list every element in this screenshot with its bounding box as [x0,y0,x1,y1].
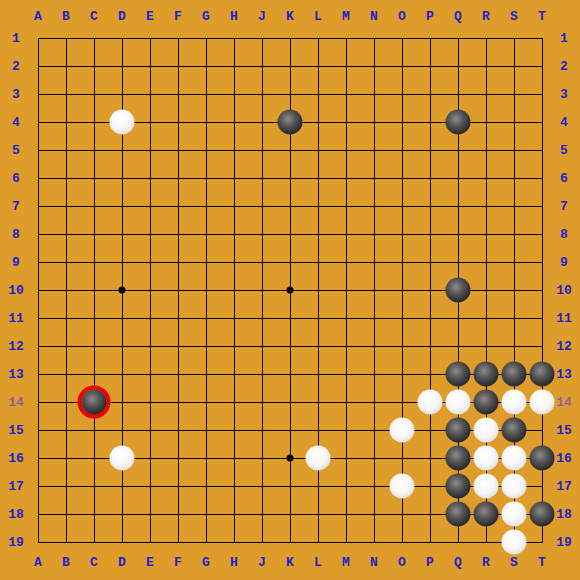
white-stone-S19 [502,530,527,555]
column-label-top: B [62,10,70,23]
white-stone-R15 [474,418,499,443]
white-stone-S14 [502,390,527,415]
black-stone-Q18 [446,502,471,527]
row-label-right: 5 [560,144,568,157]
black-stone-C14 [82,390,107,415]
row-label-right: 6 [560,172,568,185]
black-stone-S13 [502,362,527,387]
black-stone-T16 [530,446,555,471]
black-stone-T18 [530,502,555,527]
column-label-top: N [370,10,378,23]
black-stone-Q16 [446,446,471,471]
column-label-bottom: M [342,556,350,569]
white-stone-S16 [502,446,527,471]
column-label-bottom: C [90,556,98,569]
row-label-right: 13 [556,368,572,381]
black-stone-R18 [474,502,499,527]
black-stone-R14 [474,390,499,415]
column-label-top: P [426,10,434,23]
row-label-left: 17 [8,480,24,493]
row-label-right: 1 [560,32,568,45]
column-label-bottom: E [146,556,154,569]
column-label-top: D [118,10,126,23]
column-label-bottom: H [230,556,238,569]
column-label-bottom: A [34,556,42,569]
row-label-left: 15 [8,424,24,437]
column-label-top: F [174,10,182,23]
row-label-left: 16 [8,452,24,465]
column-label-top: S [510,10,518,23]
row-label-left: 3 [12,88,20,101]
black-stone-Q10 [446,278,471,303]
white-stone-R16 [474,446,499,471]
column-label-top: J [258,10,266,23]
column-label-bottom: Q [454,556,462,569]
column-label-top: L [314,10,322,23]
row-label-left: 14 [8,396,24,409]
row-label-left: 13 [8,368,24,381]
black-stone-S15 [502,418,527,443]
row-label-left: 10 [8,284,24,297]
row-label-right: 11 [556,312,572,325]
row-label-left: 12 [8,340,24,353]
column-label-bottom: F [174,556,182,569]
row-label-right: 19 [556,536,572,549]
row-label-right: 2 [560,60,568,73]
column-label-top: T [538,10,546,23]
row-label-right: 17 [556,480,572,493]
black-stone-Q4 [446,110,471,135]
column-label-bottom: R [482,556,490,569]
black-stone-T13 [530,362,555,387]
white-stone-R17 [474,474,499,499]
column-label-bottom: S [510,556,518,569]
row-label-left: 18 [8,508,24,521]
column-label-bottom: T [538,556,546,569]
black-stone-K4 [278,110,303,135]
white-stone-Q14 [446,390,471,415]
column-label-bottom: N [370,556,378,569]
column-label-top: K [286,10,294,23]
row-label-left: 11 [8,312,24,325]
column-label-bottom: P [426,556,434,569]
white-stone-D4 [110,110,135,135]
column-label-top: H [230,10,238,23]
column-label-bottom: B [62,556,70,569]
column-label-top: R [482,10,490,23]
white-stone-O17 [390,474,415,499]
white-stone-D16 [110,446,135,471]
row-label-left: 1 [12,32,20,45]
column-label-top: O [398,10,406,23]
row-label-left: 19 [8,536,24,549]
column-label-bottom: L [314,556,322,569]
row-label-right: 8 [560,228,568,241]
column-label-top: E [146,10,154,23]
row-label-right: 4 [560,116,568,129]
row-label-right: 12 [556,340,572,353]
row-label-right: 14 [556,396,572,409]
column-label-bottom: J [258,556,266,569]
column-label-top: A [34,10,42,23]
column-label-bottom: D [118,556,126,569]
row-label-right: 16 [556,452,572,465]
column-label-bottom: K [286,556,294,569]
row-label-right: 9 [560,256,568,269]
column-label-bottom: G [202,556,210,569]
white-stone-S18 [502,502,527,527]
white-stone-T14 [530,390,555,415]
row-label-left: 2 [12,60,20,73]
black-stone-Q17 [446,474,471,499]
star-point [287,287,294,294]
black-stone-R13 [474,362,499,387]
white-stone-P14 [418,390,443,415]
column-label-top: M [342,10,350,23]
black-stone-Q13 [446,362,471,387]
row-label-right: 3 [560,88,568,101]
row-label-left: 4 [12,116,20,129]
column-label-bottom: O [398,556,406,569]
row-label-left: 7 [12,200,20,213]
column-label-top: Q [454,10,462,23]
white-stone-O15 [390,418,415,443]
row-label-left: 6 [12,172,20,185]
row-label-left: 9 [12,256,20,269]
star-point [287,455,294,462]
row-label-right: 7 [560,200,568,213]
row-label-right: 10 [556,284,572,297]
row-label-left: 5 [12,144,20,157]
white-stone-S17 [502,474,527,499]
go-board: AABBCCDDEEFFGGHHJJKKLLMMNNOOPPQQRRSSTT11… [0,0,580,580]
row-label-left: 8 [12,228,20,241]
star-point [119,287,126,294]
row-label-right: 15 [556,424,572,437]
black-stone-Q15 [446,418,471,443]
row-label-right: 18 [556,508,572,521]
column-label-top: C [90,10,98,23]
column-label-top: G [202,10,210,23]
white-stone-L16 [306,446,331,471]
